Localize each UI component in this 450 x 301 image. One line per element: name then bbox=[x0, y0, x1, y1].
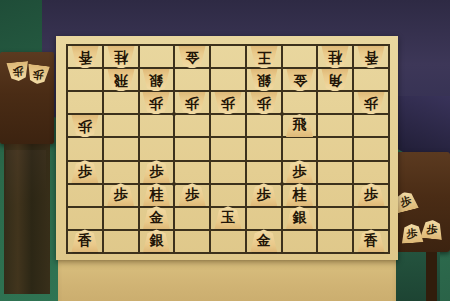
board-cell: 香 bbox=[353, 230, 389, 253]
board-cell bbox=[246, 161, 282, 184]
board-cell: 金 bbox=[282, 68, 318, 91]
board-cell bbox=[317, 230, 353, 253]
shogi-piece-sente: 歩 bbox=[70, 160, 100, 183]
board-cell: 歩 bbox=[246, 91, 282, 114]
board-cell bbox=[139, 45, 175, 68]
board-cell bbox=[282, 45, 318, 68]
board-cell: 飛 bbox=[103, 68, 139, 91]
board-cell bbox=[210, 161, 246, 184]
board-cell bbox=[353, 207, 389, 230]
shogi-piece-gote: 銀 bbox=[141, 69, 171, 92]
board-cell bbox=[174, 161, 210, 184]
board-cell bbox=[67, 91, 103, 114]
shogi-piece-sente: 金 bbox=[141, 206, 171, 229]
board-cell bbox=[317, 184, 353, 207]
board-grid: 香桂金王桂香飛銀銀金角歩歩歩歩歩歩飛歩歩歩歩桂歩歩桂歩金玉銀香銀金香 bbox=[66, 44, 390, 254]
shogi-piece-gote: 金 bbox=[177, 46, 207, 69]
shogi-piece-gote: 飛 bbox=[106, 69, 136, 92]
board-cell bbox=[317, 114, 353, 137]
board-cell bbox=[353, 161, 389, 184]
shogi-piece-sente: 金 bbox=[249, 229, 279, 252]
board-cell bbox=[103, 230, 139, 253]
shogi-piece-gote: 歩 bbox=[70, 115, 100, 138]
shogi-piece-sente: 桂 bbox=[141, 183, 171, 206]
board-cell bbox=[67, 68, 103, 91]
board-cell bbox=[174, 137, 210, 160]
board-cell bbox=[103, 137, 139, 160]
board-cell bbox=[103, 207, 139, 230]
board-cell: 歩 bbox=[139, 161, 175, 184]
board-cell bbox=[282, 230, 318, 253]
board-cell: 銀 bbox=[246, 68, 282, 91]
shogi-piece-sente: 歩 bbox=[177, 183, 207, 206]
shogi-piece-sente: 玉 bbox=[213, 206, 243, 229]
board-cell: 銀 bbox=[139, 230, 175, 253]
shogi-piece-gote: 金 bbox=[285, 69, 315, 92]
board-cell bbox=[282, 137, 318, 160]
board-cell bbox=[174, 230, 210, 253]
shogi-piece-sente: 歩 bbox=[249, 183, 279, 206]
board-cell: 歩 bbox=[67, 161, 103, 184]
board-cell bbox=[139, 137, 175, 160]
shogi-piece-sente: 歩 bbox=[141, 160, 171, 183]
shogi-piece-gote: 桂 bbox=[320, 46, 350, 69]
gote-hand-piece: 歩 bbox=[5, 61, 31, 82]
board-cell: 歩 bbox=[353, 184, 389, 207]
board-cell: 歩 bbox=[282, 161, 318, 184]
board-cell bbox=[174, 207, 210, 230]
board-cell bbox=[317, 207, 353, 230]
shogi-piece-sente: 香 bbox=[356, 229, 386, 252]
board-cell: 歩 bbox=[174, 184, 210, 207]
shogi-piece-gote: 角 bbox=[320, 69, 350, 92]
sente-hand-piece: 歩 bbox=[399, 223, 424, 244]
board-cell: 銀 bbox=[139, 68, 175, 91]
board-cell bbox=[317, 91, 353, 114]
star-point bbox=[280, 112, 284, 116]
gote-hand-piece: 歩 bbox=[25, 64, 51, 86]
shogi-piece-sente: 歩 bbox=[285, 160, 315, 183]
shogi-piece-gote: 歩 bbox=[141, 92, 171, 115]
shogi-piece-sente: 銀 bbox=[285, 206, 315, 229]
board-cell bbox=[353, 68, 389, 91]
board-cell bbox=[210, 114, 246, 137]
shogi-piece-gote: 王 bbox=[249, 46, 279, 69]
gote-komadai-stand: 歩歩 bbox=[0, 52, 54, 144]
shogi-piece-gote: 歩 bbox=[356, 92, 386, 115]
board-cell bbox=[317, 137, 353, 160]
sente-hand-piece: 歩 bbox=[419, 219, 445, 240]
board-cell bbox=[67, 184, 103, 207]
board-cell: 歩 bbox=[67, 114, 103, 137]
board-cell bbox=[67, 207, 103, 230]
board-cell: 歩 bbox=[353, 91, 389, 114]
board-cell bbox=[246, 114, 282, 137]
shogi-piece-gote: 歩 bbox=[213, 92, 243, 115]
board-cell bbox=[246, 207, 282, 230]
board-cell bbox=[174, 114, 210, 137]
shogi-piece-sente: 銀 bbox=[141, 229, 171, 252]
board-cell: 角 bbox=[317, 68, 353, 91]
shogi-piece-sente: 香 bbox=[70, 229, 100, 252]
board-cell bbox=[103, 161, 139, 184]
shogi-piece-gote: 香 bbox=[70, 46, 100, 69]
board-cell bbox=[210, 230, 246, 253]
board-cell: 王 bbox=[246, 45, 282, 68]
board-front-face bbox=[58, 260, 396, 301]
star-point bbox=[172, 112, 176, 116]
shogi-piece-sente: 飛 bbox=[285, 114, 315, 137]
board-cell bbox=[139, 114, 175, 137]
board-cell: 金 bbox=[174, 45, 210, 68]
board-cell bbox=[210, 184, 246, 207]
board-cell: 金 bbox=[246, 230, 282, 253]
board-cell: 歩 bbox=[103, 184, 139, 207]
board-cell bbox=[353, 137, 389, 160]
board-cell bbox=[67, 137, 103, 160]
board-cell bbox=[317, 161, 353, 184]
shogi-piece-gote: 桂 bbox=[106, 46, 136, 69]
board-cell: 桂 bbox=[282, 184, 318, 207]
shogi-piece-gote: 銀 bbox=[249, 69, 279, 92]
board-cell: 香 bbox=[67, 230, 103, 253]
shogi-piece-gote: 香 bbox=[356, 46, 386, 69]
board-cell: 歩 bbox=[246, 184, 282, 207]
board-cell: 歩 bbox=[210, 91, 246, 114]
board-cell: 銀 bbox=[282, 207, 318, 230]
board-cell bbox=[246, 137, 282, 160]
board-cell: 桂 bbox=[103, 45, 139, 68]
board-cell bbox=[174, 68, 210, 91]
board-cell bbox=[282, 91, 318, 114]
board-cell bbox=[210, 68, 246, 91]
board-cell: 桂 bbox=[139, 184, 175, 207]
shogi-piece-gote: 歩 bbox=[249, 92, 279, 115]
shogi-piece-sente: 歩 bbox=[106, 183, 136, 206]
star-point bbox=[172, 182, 176, 186]
shogi-piece-sente: 歩 bbox=[356, 183, 386, 206]
board-cell bbox=[103, 91, 139, 114]
board-cell: 香 bbox=[353, 45, 389, 68]
board-cell bbox=[103, 114, 139, 137]
board-surface: 香桂金王桂香飛銀銀金角歩歩歩歩歩歩飛歩歩歩歩桂歩歩桂歩金玉銀香銀金香 bbox=[56, 36, 398, 260]
board-cell: 金 bbox=[139, 207, 175, 230]
star-point bbox=[280, 182, 284, 186]
board-cell: 桂 bbox=[317, 45, 353, 68]
board-cell bbox=[353, 114, 389, 137]
board-cell: 飛 bbox=[282, 114, 318, 137]
gote-komadai-legs bbox=[4, 144, 50, 294]
board-cell: 香 bbox=[67, 45, 103, 68]
board-cell: 玉 bbox=[210, 207, 246, 230]
board-cell: 歩 bbox=[174, 91, 210, 114]
shogi-board: 香桂金王桂香飛銀銀金角歩歩歩歩歩歩飛歩歩歩歩桂歩歩桂歩金玉銀香銀金香 bbox=[56, 36, 398, 298]
board-cell bbox=[210, 137, 246, 160]
shogi-piece-gote: 歩 bbox=[177, 92, 207, 115]
board-cell bbox=[210, 45, 246, 68]
shogi-piece-sente: 桂 bbox=[285, 183, 315, 206]
board-cell: 歩 bbox=[139, 91, 175, 114]
